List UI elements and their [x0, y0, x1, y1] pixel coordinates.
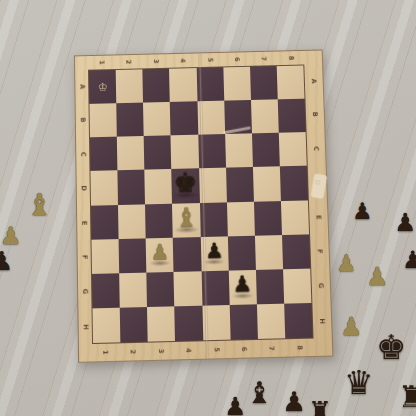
rank-label-7: 7 — [257, 45, 270, 72]
square-e2[interactable] — [118, 204, 146, 239]
rank-label-4: 4 — [182, 336, 196, 364]
square-g2[interactable] — [119, 272, 147, 307]
rank-label-3: 3 — [155, 337, 169, 365]
file-label-e: E — [301, 210, 336, 224]
square-c7[interactable] — [252, 133, 280, 167]
file-label-h: H — [68, 321, 103, 333]
square-d2[interactable] — [118, 170, 146, 205]
square-e4[interactable]: ♝ — [172, 203, 200, 238]
file-label-a: A — [65, 81, 99, 93]
photo-scene: 12345678 12345678 ABCDEFGH ABCDEFGH ♔♚♝♟… — [0, 0, 416, 416]
rank-label-5: 5 — [203, 47, 216, 74]
black-pawn[interactable]: ♟ — [232, 273, 252, 296]
file-label-d: D — [66, 182, 100, 194]
square-f4[interactable] — [173, 237, 201, 272]
floor-piece[interactable]: ♟ — [352, 200, 373, 223]
floor-piece[interactable]: ♟ — [0, 224, 22, 248]
square-c4[interactable] — [171, 135, 199, 169]
square-g3[interactable] — [147, 272, 175, 307]
file-label-b: B — [65, 114, 99, 126]
square-d6[interactable] — [226, 167, 254, 202]
square-d7[interactable] — [253, 167, 281, 202]
square-b7[interactable] — [251, 99, 279, 133]
floor-piece[interactable]: ♚ — [376, 330, 406, 364]
white-pawn[interactable]: ♟ — [150, 242, 169, 264]
rank-label-6: 6 — [230, 46, 243, 73]
white-bishop[interactable]: ♝ — [174, 204, 198, 231]
file-label-f: F — [302, 244, 337, 258]
square-c6[interactable] — [225, 134, 253, 168]
square-d3[interactable] — [145, 169, 173, 204]
rank-label-1: 1 — [99, 338, 113, 366]
rank-label-3: 3 — [149, 48, 161, 75]
file-label-f: F — [67, 251, 102, 263]
rank-label-7: 7 — [265, 334, 279, 362]
file-label-g: G — [67, 286, 102, 298]
floor-piece[interactable]: ♝ — [26, 190, 53, 220]
chess-board: 12345678 12345678 ABCDEFGH ABCDEFGH ♔♚♝♟… — [74, 49, 333, 362]
floor-piece[interactable]: ♜ — [398, 382, 416, 412]
file-label-h: H — [304, 314, 339, 328]
file-label-e: E — [66, 217, 101, 229]
square-f6[interactable] — [227, 235, 255, 270]
rank-label-8: 8 — [293, 333, 307, 361]
black-pawn[interactable]: ♟ — [205, 240, 224, 262]
square-g7[interactable] — [256, 269, 284, 304]
floor-piece[interactable]: ♟ — [282, 388, 306, 415]
rank-labels-bottom: 12345678 — [92, 341, 314, 360]
square-c2[interactable] — [117, 136, 145, 170]
floor-piece[interactable]: ♟ — [366, 264, 388, 289]
square-f7[interactable] — [255, 235, 283, 270]
rank-label-6: 6 — [238, 335, 252, 363]
square-c3[interactable] — [144, 136, 172, 170]
rank-label-5: 5 — [210, 336, 224, 364]
floor-piece[interactable]: ♟ — [402, 248, 416, 272]
square-e3[interactable] — [145, 203, 173, 238]
file-label-a: A — [296, 74, 330, 88]
rank-label-2: 2 — [127, 338, 141, 366]
file-label-c: C — [66, 148, 100, 160]
rank-label-2: 2 — [122, 48, 134, 75]
rank-label-4: 4 — [176, 47, 188, 74]
floor-piece[interactable]: ♟ — [336, 252, 357, 275]
file-label-g: G — [303, 279, 338, 293]
file-label-b: B — [297, 108, 332, 122]
floor-piece[interactable]: ♟ — [394, 210, 416, 235]
square-e6[interactable] — [227, 201, 255, 236]
floor-piece[interactable]: ♟ — [224, 394, 246, 416]
scuff-mark — [310, 173, 327, 199]
square-b4[interactable] — [170, 101, 198, 135]
floor-piece[interactable]: ♝ — [246, 378, 273, 408]
floor-piece[interactable]: ♟ — [0, 248, 13, 274]
square-d4[interactable]: ♚ — [172, 169, 200, 204]
square-f2[interactable] — [119, 238, 147, 273]
square-f3[interactable]: ♟ — [146, 237, 174, 272]
maker-stamp-icon: ♔ — [98, 81, 108, 94]
square-g4[interactable] — [174, 271, 202, 306]
floor-piece[interactable]: ♛ — [344, 366, 374, 399]
square-b3[interactable] — [143, 102, 171, 136]
square-g6[interactable]: ♟ — [228, 270, 256, 305]
black-king[interactable]: ♚ — [173, 169, 198, 196]
square-e7[interactable] — [254, 201, 282, 236]
square-b2[interactable] — [116, 103, 144, 137]
floor-piece[interactable]: ♜ — [308, 398, 332, 416]
file-label-c: C — [298, 142, 333, 156]
rank-label-1: 1 — [95, 49, 107, 76]
rank-label-8: 8 — [284, 45, 297, 72]
floor-piece[interactable]: ♟ — [340, 314, 362, 339]
